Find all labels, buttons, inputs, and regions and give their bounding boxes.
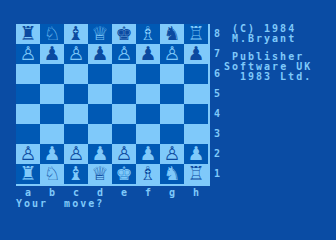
square-h7[interactable]: ♟ bbox=[184, 44, 208, 64]
piece-black-bishop: ♝ bbox=[67, 24, 84, 43]
rank-label-1: 1 bbox=[210, 164, 224, 184]
piece-white-pawn: ♙ bbox=[115, 144, 132, 163]
game-screen: ♜♘♝♕♚♗♞♖♙♟♙♟♙♟♙♟♙♟♙♟♙♟♙♟♜♘♝♕♚♗♞♖ 8765432… bbox=[0, 0, 336, 240]
rank-label-3: 3 bbox=[210, 124, 224, 144]
square-b1[interactable]: ♘ bbox=[40, 164, 64, 184]
piece-white-pawn: ♟ bbox=[187, 144, 204, 163]
square-f4[interactable] bbox=[136, 104, 160, 124]
square-f3[interactable] bbox=[136, 124, 160, 144]
square-h5[interactable] bbox=[184, 84, 208, 104]
square-a8[interactable]: ♜ bbox=[16, 24, 40, 44]
file-label-e: e bbox=[112, 188, 136, 198]
square-e4[interactable] bbox=[112, 104, 136, 124]
chess-board: ♜♘♝♕♚♗♞♖♙♟♙♟♙♟♙♟♙♟♙♟♙♟♙♟♜♘♝♕♚♗♞♖ bbox=[16, 24, 208, 184]
piece-black-pawn: ♟ bbox=[91, 44, 108, 63]
piece-white-pawn: ♙ bbox=[163, 144, 180, 163]
piece-black-queen: ♕ bbox=[91, 24, 108, 43]
file-label-a: a bbox=[16, 188, 40, 198]
rank-label-4: 4 bbox=[210, 104, 224, 124]
piece-white-rook: ♖ bbox=[187, 164, 204, 183]
piece-black-pawn: ♙ bbox=[19, 44, 36, 63]
square-h6[interactable] bbox=[184, 64, 208, 84]
square-f6[interactable] bbox=[136, 64, 160, 84]
square-h3[interactable] bbox=[184, 124, 208, 144]
square-b8[interactable]: ♘ bbox=[40, 24, 64, 44]
file-label-f: f bbox=[136, 188, 160, 198]
square-f5[interactable] bbox=[136, 84, 160, 104]
rank-label-7: 7 bbox=[210, 44, 224, 64]
square-b3[interactable] bbox=[40, 124, 64, 144]
square-g4[interactable] bbox=[160, 104, 184, 124]
piece-black-knight: ♞ bbox=[163, 24, 180, 43]
square-c4[interactable] bbox=[64, 104, 88, 124]
square-c7[interactable]: ♙ bbox=[64, 44, 88, 64]
square-g2[interactable]: ♙ bbox=[160, 144, 184, 164]
square-d6[interactable] bbox=[88, 64, 112, 84]
square-g6[interactable] bbox=[160, 64, 184, 84]
square-d5[interactable] bbox=[88, 84, 112, 104]
file-label-d: d bbox=[88, 188, 112, 198]
move-prompt: Your move? bbox=[16, 199, 104, 209]
piece-black-king: ♚ bbox=[115, 24, 132, 43]
piece-white-queen: ♕ bbox=[91, 164, 108, 183]
square-d8[interactable]: ♕ bbox=[88, 24, 112, 44]
square-h1[interactable]: ♖ bbox=[184, 164, 208, 184]
rank-label-6: 6 bbox=[210, 64, 224, 84]
square-c3[interactable] bbox=[64, 124, 88, 144]
square-b6[interactable] bbox=[40, 64, 64, 84]
square-b7[interactable]: ♟ bbox=[40, 44, 64, 64]
square-g1[interactable]: ♞ bbox=[160, 164, 184, 184]
square-e3[interactable] bbox=[112, 124, 136, 144]
file-label-h: h bbox=[184, 188, 208, 198]
piece-white-pawn: ♟ bbox=[139, 144, 156, 163]
piece-white-bishop: ♗ bbox=[139, 164, 156, 183]
square-g5[interactable] bbox=[160, 84, 184, 104]
square-e5[interactable] bbox=[112, 84, 136, 104]
square-h8[interactable]: ♖ bbox=[184, 24, 208, 44]
piece-black-bishop: ♗ bbox=[139, 24, 156, 43]
piece-white-pawn: ♟ bbox=[43, 144, 60, 163]
piece-black-pawn: ♙ bbox=[163, 44, 180, 63]
square-d3[interactable] bbox=[88, 124, 112, 144]
square-d1[interactable]: ♕ bbox=[88, 164, 112, 184]
square-c1[interactable]: ♝ bbox=[64, 164, 88, 184]
square-f2[interactable]: ♟ bbox=[136, 144, 160, 164]
square-a2[interactable]: ♙ bbox=[16, 144, 40, 164]
square-h4[interactable] bbox=[184, 104, 208, 124]
piece-black-pawn: ♟ bbox=[139, 44, 156, 63]
author-line: M.Bryant bbox=[232, 34, 296, 44]
square-a6[interactable] bbox=[16, 64, 40, 84]
square-f1[interactable]: ♗ bbox=[136, 164, 160, 184]
publisher-line-3: 1983 Ltd. bbox=[240, 72, 312, 82]
piece-white-knight: ♘ bbox=[43, 164, 60, 183]
piece-black-pawn: ♙ bbox=[67, 44, 84, 63]
square-a3[interactable] bbox=[16, 124, 40, 144]
square-a1[interactable]: ♜ bbox=[16, 164, 40, 184]
file-label-c: c bbox=[64, 188, 88, 198]
square-e1[interactable]: ♚ bbox=[112, 164, 136, 184]
square-a7[interactable]: ♙ bbox=[16, 44, 40, 64]
piece-white-pawn: ♙ bbox=[67, 144, 84, 163]
piece-black-rook: ♖ bbox=[187, 24, 204, 43]
piece-black-knight: ♘ bbox=[43, 24, 60, 43]
piece-white-rook: ♜ bbox=[19, 164, 36, 183]
file-label-b: b bbox=[40, 188, 64, 198]
piece-white-king: ♚ bbox=[115, 164, 132, 183]
piece-white-bishop: ♝ bbox=[67, 164, 84, 183]
square-e2[interactable]: ♙ bbox=[112, 144, 136, 164]
rank-label-8: 8 bbox=[210, 24, 224, 44]
square-e8[interactable]: ♚ bbox=[112, 24, 136, 44]
square-h2[interactable]: ♟ bbox=[184, 144, 208, 164]
square-e6[interactable] bbox=[112, 64, 136, 84]
square-b2[interactable]: ♟ bbox=[40, 144, 64, 164]
square-g7[interactable]: ♙ bbox=[160, 44, 184, 64]
square-b4[interactable] bbox=[40, 104, 64, 124]
piece-white-pawn: ♙ bbox=[19, 144, 36, 163]
square-d7[interactable]: ♟ bbox=[88, 44, 112, 64]
square-a5[interactable] bbox=[16, 84, 40, 104]
square-a4[interactable] bbox=[16, 104, 40, 124]
square-f7[interactable]: ♟ bbox=[136, 44, 160, 64]
square-g8[interactable]: ♞ bbox=[160, 24, 184, 44]
piece-black-pawn: ♟ bbox=[187, 44, 204, 63]
square-f8[interactable]: ♗ bbox=[136, 24, 160, 44]
square-g3[interactable] bbox=[160, 124, 184, 144]
piece-black-pawn: ♙ bbox=[115, 44, 132, 63]
piece-black-pawn: ♟ bbox=[43, 44, 60, 63]
rank-label-2: 2 bbox=[210, 144, 224, 164]
square-e7[interactable]: ♙ bbox=[112, 44, 136, 64]
file-label-g: g bbox=[160, 188, 184, 198]
square-c6[interactable] bbox=[64, 64, 88, 84]
board-bottom-border bbox=[16, 184, 210, 186]
square-c8[interactable]: ♝ bbox=[64, 24, 88, 44]
square-d4[interactable] bbox=[88, 104, 112, 124]
piece-white-pawn: ♟ bbox=[91, 144, 108, 163]
piece-white-knight: ♞ bbox=[163, 164, 180, 183]
square-c2[interactable]: ♙ bbox=[64, 144, 88, 164]
rank-label-5: 5 bbox=[210, 84, 224, 104]
piece-black-rook: ♜ bbox=[19, 24, 36, 43]
square-c5[interactable] bbox=[64, 84, 88, 104]
square-d2[interactable]: ♟ bbox=[88, 144, 112, 164]
square-b5[interactable] bbox=[40, 84, 64, 104]
